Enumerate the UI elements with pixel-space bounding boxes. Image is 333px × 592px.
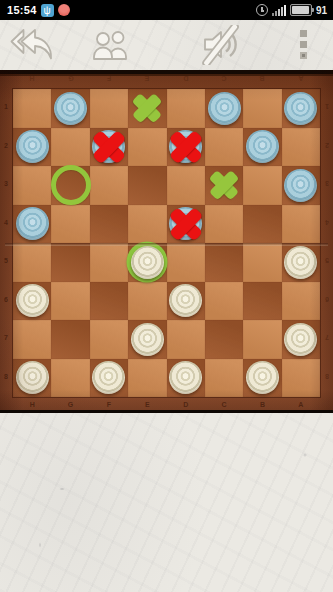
rank-label: 8 <box>322 373 332 380</box>
file-label: B <box>257 401 267 408</box>
board-square[interactable] <box>205 243 243 282</box>
board-square[interactable] <box>13 128 51 167</box>
blue-piece[interactable] <box>169 207 202 240</box>
board-square[interactable] <box>128 359 166 398</box>
white-piece[interactable] <box>284 246 317 279</box>
board-square[interactable] <box>167 128 205 167</box>
board-square[interactable] <box>13 282 51 321</box>
rank-label: 5 <box>1 257 11 264</box>
menu-square-icon <box>300 30 307 37</box>
board-square[interactable] <box>282 128 320 167</box>
board-square[interactable] <box>282 205 320 244</box>
rank-label: 8 <box>1 373 11 380</box>
board-square[interactable] <box>243 166 281 205</box>
overflow-menu-button[interactable] <box>300 30 307 59</box>
board-square[interactable] <box>13 205 51 244</box>
board-square[interactable] <box>128 282 166 321</box>
blue-piece[interactable] <box>246 130 279 163</box>
board-grid <box>13 89 320 397</box>
board-square[interactable] <box>51 243 89 282</box>
board-square[interactable] <box>167 359 205 398</box>
checkers-board: HGFEDCBAHGFEDCBA1122334455667788 <box>0 70 333 413</box>
board-square[interactable] <box>205 128 243 167</box>
board-square[interactable] <box>51 282 89 321</box>
blue-piece[interactable] <box>208 92 241 125</box>
board-square[interactable] <box>282 166 320 205</box>
green-x-marker <box>130 91 164 125</box>
board-square[interactable] <box>51 205 89 244</box>
file-label: E <box>142 75 152 82</box>
board-square[interactable] <box>167 282 205 321</box>
white-piece[interactable] <box>169 361 202 394</box>
board-square[interactable] <box>90 359 128 398</box>
rank-label: 1 <box>322 103 332 110</box>
board-square[interactable] <box>90 205 128 244</box>
rank-label: 7 <box>1 334 11 341</box>
white-piece[interactable] <box>246 361 279 394</box>
blue-piece[interactable] <box>169 130 202 163</box>
board-square[interactable] <box>90 166 128 205</box>
rank-label: 3 <box>1 180 11 187</box>
clock-time: 15:54 <box>7 4 37 16</box>
toolbar <box>0 20 333 70</box>
white-piece[interactable] <box>131 323 164 356</box>
rank-label: 6 <box>1 296 11 303</box>
file-label: A <box>296 75 306 82</box>
board-square[interactable] <box>282 282 320 321</box>
status-bar: 15:54 ψ 91 <box>0 0 333 20</box>
board-square[interactable] <box>243 205 281 244</box>
menu-square-icon <box>300 52 307 59</box>
undo-back-button[interactable] <box>10 26 54 66</box>
board-square[interactable] <box>51 320 89 359</box>
board-square[interactable] <box>282 243 320 282</box>
blue-piece[interactable] <box>54 92 87 125</box>
file-label: C <box>219 75 229 82</box>
alarm-icon <box>256 4 268 16</box>
players-button[interactable] <box>91 29 131 65</box>
file-label: H <box>27 75 37 82</box>
file-label: F <box>104 401 114 408</box>
board-square[interactable] <box>243 128 281 167</box>
board-square[interactable] <box>243 359 281 398</box>
board-square[interactable] <box>51 359 89 398</box>
board-square[interactable] <box>51 128 89 167</box>
file-label: B <box>257 75 267 82</box>
blue-piece[interactable] <box>284 169 317 202</box>
green-ring-marker <box>51 165 91 205</box>
app-screen: 15:54 ψ 91 <box>0 0 333 592</box>
file-label: F <box>104 75 114 82</box>
board-square[interactable] <box>205 166 243 205</box>
signal-icon <box>272 5 286 16</box>
file-label: D <box>181 75 191 82</box>
board-square[interactable] <box>205 282 243 321</box>
file-label: E <box>142 401 152 408</box>
board-square[interactable] <box>13 243 51 282</box>
white-piece[interactable] <box>131 246 164 279</box>
board-square[interactable] <box>167 89 205 128</box>
board-square[interactable] <box>51 166 89 205</box>
board-square[interactable] <box>128 166 166 205</box>
board-square[interactable] <box>128 205 166 244</box>
board-square[interactable] <box>282 359 320 398</box>
rank-label: 1 <box>1 103 11 110</box>
board-square[interactable] <box>13 320 51 359</box>
board-square[interactable] <box>167 205 205 244</box>
file-label: G <box>66 75 76 82</box>
blue-piece[interactable] <box>16 207 49 240</box>
board-square[interactable] <box>128 128 166 167</box>
board-square[interactable] <box>128 89 166 128</box>
sound-muted-button[interactable] <box>201 25 243 69</box>
board-square[interactable] <box>13 359 51 398</box>
board-square[interactable] <box>282 89 320 128</box>
board-square[interactable] <box>90 128 128 167</box>
board-square[interactable] <box>205 359 243 398</box>
battery-percent: 91 <box>316 5 327 16</box>
white-piece[interactable] <box>92 361 125 394</box>
board-square[interactable] <box>167 243 205 282</box>
notification-dot-icon <box>58 4 70 16</box>
blue-piece[interactable] <box>16 130 49 163</box>
rank-label: 5 <box>322 257 332 264</box>
board-square[interactable] <box>51 89 89 128</box>
rank-label: 2 <box>1 142 11 149</box>
board-square[interactable] <box>282 320 320 359</box>
usb-icon: ψ <box>41 4 54 17</box>
board-square[interactable] <box>13 89 51 128</box>
white-piece[interactable] <box>284 323 317 356</box>
board-square[interactable] <box>90 320 128 359</box>
file-label: G <box>66 401 76 408</box>
file-label: C <box>219 401 229 408</box>
file-label: D <box>181 401 191 408</box>
rank-label: 4 <box>1 219 11 226</box>
board-square[interactable] <box>13 166 51 205</box>
board-square[interactable] <box>167 166 205 205</box>
board-square[interactable] <box>243 320 281 359</box>
file-label: H <box>27 401 37 408</box>
board-square[interactable] <box>243 282 281 321</box>
green-x-marker <box>207 168 241 202</box>
rank-label: 2 <box>322 142 332 149</box>
board-square[interactable] <box>167 320 205 359</box>
file-label: A <box>296 401 306 408</box>
board-square[interactable] <box>128 320 166 359</box>
menu-square-icon <box>300 41 307 48</box>
board-square[interactable] <box>205 89 243 128</box>
rank-label: 3 <box>322 180 332 187</box>
rank-label: 6 <box>322 296 332 303</box>
board-square[interactable] <box>243 243 281 282</box>
battery-icon <box>290 4 312 16</box>
white-piece[interactable] <box>16 284 49 317</box>
board-square[interactable] <box>243 89 281 128</box>
white-piece[interactable] <box>16 361 49 394</box>
rank-label: 4 <box>322 219 332 226</box>
board-square[interactable] <box>90 282 128 321</box>
board-square[interactable] <box>90 243 128 282</box>
board-square[interactable] <box>90 89 128 128</box>
rank-label: 7 <box>322 334 332 341</box>
board-square[interactable] <box>205 205 243 244</box>
blue-piece[interactable] <box>92 130 125 163</box>
blue-piece[interactable] <box>284 92 317 125</box>
board-square[interactable] <box>128 243 166 282</box>
board-square[interactable] <box>205 320 243 359</box>
white-piece[interactable] <box>169 284 202 317</box>
